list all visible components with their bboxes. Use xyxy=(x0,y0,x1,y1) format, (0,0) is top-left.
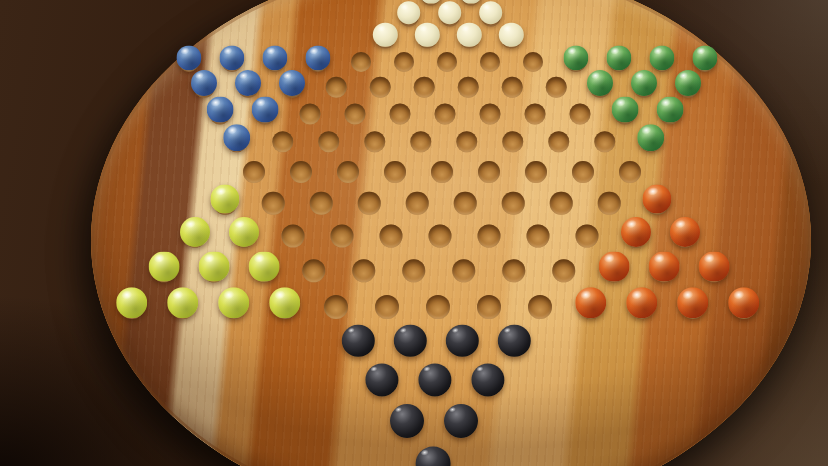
hole[interactable] xyxy=(410,131,432,153)
marble-green[interactable] xyxy=(564,45,589,70)
hole[interactable] xyxy=(389,103,410,124)
marble-blue[interactable] xyxy=(206,96,233,123)
hole[interactable] xyxy=(272,131,294,153)
marble-blue[interactable] xyxy=(191,70,217,96)
marble-yellow[interactable] xyxy=(167,287,199,319)
hole[interactable] xyxy=(324,295,348,319)
marble-yellow[interactable] xyxy=(198,251,229,282)
marble-blue[interactable] xyxy=(263,45,288,70)
hole[interactable] xyxy=(502,192,525,215)
hole[interactable] xyxy=(502,131,524,153)
hole[interactable] xyxy=(290,161,312,183)
hole[interactable] xyxy=(384,161,406,183)
marble-blue[interactable] xyxy=(223,124,251,152)
hole[interactable] xyxy=(479,103,500,124)
marble-black[interactable] xyxy=(415,446,450,466)
hole[interactable] xyxy=(318,131,340,153)
marble-green[interactable] xyxy=(675,70,701,96)
hole[interactable] xyxy=(594,131,616,153)
hole[interactable] xyxy=(552,259,576,283)
marble-blue[interactable] xyxy=(251,96,278,123)
marble-green[interactable] xyxy=(656,96,683,123)
marble-black[interactable] xyxy=(498,324,530,356)
marble-yellow[interactable] xyxy=(116,287,148,319)
marble-yellow[interactable] xyxy=(248,251,279,282)
hole[interactable] xyxy=(546,77,567,98)
hole[interactable] xyxy=(527,225,550,248)
marble-green[interactable] xyxy=(607,45,632,70)
hole[interactable] xyxy=(528,295,552,319)
hole[interactable] xyxy=(572,161,594,183)
marble-black[interactable] xyxy=(366,363,399,396)
hole[interactable] xyxy=(310,192,333,215)
marble-red[interactable] xyxy=(648,251,679,282)
hole[interactable] xyxy=(452,259,476,283)
hole[interactable] xyxy=(478,225,501,248)
marble-red[interactable] xyxy=(621,217,651,247)
hole[interactable] xyxy=(523,52,543,72)
hole[interactable] xyxy=(364,131,386,153)
hole[interactable] xyxy=(344,103,365,124)
marble-red[interactable] xyxy=(626,287,658,319)
hole[interactable] xyxy=(331,225,354,248)
hole[interactable] xyxy=(478,161,500,183)
marble-yellow[interactable] xyxy=(148,251,179,282)
marble-green[interactable] xyxy=(693,45,718,70)
hole[interactable] xyxy=(429,225,452,248)
marble-blue[interactable] xyxy=(235,70,261,96)
marble-black[interactable] xyxy=(472,363,505,396)
hole[interactable] xyxy=(569,103,590,124)
marble-blue[interactable] xyxy=(177,45,202,70)
marble-green[interactable] xyxy=(587,70,613,96)
marble-green[interactable] xyxy=(637,124,665,152)
hole[interactable] xyxy=(525,161,547,183)
marble-blue[interactable] xyxy=(279,70,305,96)
marble-white[interactable] xyxy=(438,1,462,25)
hole[interactable] xyxy=(502,259,526,283)
hole[interactable] xyxy=(262,192,285,215)
marble-green[interactable] xyxy=(611,96,638,123)
hole[interactable] xyxy=(426,295,450,319)
marble-red[interactable] xyxy=(677,287,709,319)
hole[interactable] xyxy=(299,103,320,124)
hole[interactable] xyxy=(456,131,478,153)
hole[interactable] xyxy=(431,161,453,183)
marble-red[interactable] xyxy=(728,287,760,319)
hole[interactable] xyxy=(358,192,381,215)
hole[interactable] xyxy=(437,52,457,72)
hole[interactable] xyxy=(598,192,621,215)
marble-red[interactable] xyxy=(575,287,607,319)
hole[interactable] xyxy=(302,259,326,283)
holes-and-marbles-layer xyxy=(0,0,828,466)
hole[interactable] xyxy=(370,77,391,98)
hole[interactable] xyxy=(402,259,426,283)
hole[interactable] xyxy=(477,295,501,319)
marble-green[interactable] xyxy=(650,45,675,70)
hole[interactable] xyxy=(352,259,376,283)
marble-black[interactable] xyxy=(390,404,424,438)
hole[interactable] xyxy=(351,52,371,72)
hole[interactable] xyxy=(282,225,305,248)
marble-black[interactable] xyxy=(394,324,426,356)
hole[interactable] xyxy=(375,295,399,319)
hole[interactable] xyxy=(406,192,429,215)
marble-yellow[interactable] xyxy=(229,217,259,247)
hole[interactable] xyxy=(326,77,347,98)
hole[interactable] xyxy=(337,161,359,183)
marble-black[interactable] xyxy=(444,404,478,438)
marble-red[interactable] xyxy=(670,217,700,247)
marble-black[interactable] xyxy=(446,324,478,356)
marble-black[interactable] xyxy=(419,363,452,396)
marble-yellow[interactable] xyxy=(211,184,240,213)
hole[interactable] xyxy=(434,103,455,124)
hole[interactable] xyxy=(414,77,435,98)
marble-blue[interactable] xyxy=(220,45,245,70)
marble-yellow[interactable] xyxy=(218,287,250,319)
marble-blue[interactable] xyxy=(306,45,331,70)
hole[interactable] xyxy=(548,131,570,153)
hole[interactable] xyxy=(550,192,573,215)
hole[interactable] xyxy=(394,52,414,72)
scene xyxy=(0,0,828,466)
marble-yellow[interactable] xyxy=(180,217,210,247)
hole[interactable] xyxy=(480,52,500,72)
hole[interactable] xyxy=(576,225,599,248)
hole[interactable] xyxy=(454,192,477,215)
hole[interactable] xyxy=(502,77,523,98)
marble-red[interactable] xyxy=(698,251,729,282)
marble-white[interactable] xyxy=(479,1,503,25)
marble-red[interactable] xyxy=(643,184,672,213)
hole[interactable] xyxy=(619,161,641,183)
hole[interactable] xyxy=(380,225,403,248)
marble-green[interactable] xyxy=(631,70,657,96)
marble-red[interactable] xyxy=(598,251,629,282)
hole[interactable] xyxy=(524,103,545,124)
marble-black[interactable] xyxy=(342,324,374,356)
hole[interactable] xyxy=(458,77,479,98)
marble-yellow[interactable] xyxy=(269,287,301,319)
marble-white[interactable] xyxy=(397,1,421,25)
hole[interactable] xyxy=(243,161,265,183)
